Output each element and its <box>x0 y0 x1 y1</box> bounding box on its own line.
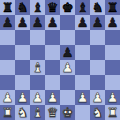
black-queen-piece: ♛ <box>47 0 59 15</box>
square-g7[interactable]: ♟ <box>90 15 105 30</box>
square-d1[interactable]: ♛ <box>45 105 60 120</box>
square-g3[interactable] <box>90 75 105 90</box>
square-b4[interactable] <box>15 60 30 75</box>
square-e2[interactable] <box>60 90 75 105</box>
black-knight-piece: ♞ <box>17 0 29 15</box>
white-pawn-piece: ♟ <box>32 90 44 105</box>
black-pawn-piece: ♟ <box>17 15 29 30</box>
square-a1[interactable]: ♜ <box>0 105 15 120</box>
square-c6[interactable] <box>30 30 45 45</box>
square-f6[interactable] <box>75 30 90 45</box>
square-f8[interactable]: ♝ <box>75 0 90 15</box>
white-rook-piece: ♜ <box>107 105 119 120</box>
square-b7[interactable]: ♟ <box>15 15 30 30</box>
black-pawn-piece: ♟ <box>92 15 104 30</box>
black-rook-piece: ♜ <box>107 0 119 15</box>
white-pawn-piece: ♟ <box>107 90 119 105</box>
white-pawn-piece: ♟ <box>77 90 89 105</box>
square-a8[interactable]: ♜ <box>0 0 15 15</box>
square-g2[interactable]: ♟ <box>90 90 105 105</box>
black-pawn-piece: ♟ <box>62 45 74 60</box>
white-knight-piece: ♞ <box>17 105 29 120</box>
white-bishop-piece: ♝ <box>32 60 44 75</box>
square-f1[interactable] <box>75 105 90 120</box>
square-g4[interactable] <box>90 60 105 75</box>
square-h6[interactable] <box>105 30 120 45</box>
black-pawn-piece: ♟ <box>47 15 59 30</box>
white-knight-piece: ♞ <box>92 105 104 120</box>
square-h1[interactable]: ♜ <box>105 105 120 120</box>
square-a7[interactable]: ♟ <box>0 15 15 30</box>
square-b2[interactable]: ♟ <box>15 90 30 105</box>
black-pawn-piece: ♟ <box>32 15 44 30</box>
square-f5[interactable] <box>75 45 90 60</box>
black-pawn-piece: ♟ <box>77 15 89 30</box>
square-e6[interactable] <box>60 30 75 45</box>
square-g5[interactable] <box>90 45 105 60</box>
black-rook-piece: ♜ <box>2 0 14 15</box>
square-h5[interactable] <box>105 45 120 60</box>
square-b6[interactable] <box>15 30 30 45</box>
square-d3[interactable] <box>45 75 60 90</box>
square-a3[interactable] <box>0 75 15 90</box>
black-pawn-piece: ♟ <box>2 15 14 30</box>
square-c5[interactable] <box>30 45 45 60</box>
square-h2[interactable]: ♟ <box>105 90 120 105</box>
white-pawn-piece: ♟ <box>2 90 14 105</box>
square-b3[interactable] <box>15 75 30 90</box>
white-pawn-piece: ♟ <box>47 90 59 105</box>
square-c4[interactable]: ♝ <box>30 60 45 75</box>
white-bishop-piece: ♝ <box>32 105 44 120</box>
square-h3[interactable] <box>105 75 120 90</box>
square-d4[interactable] <box>45 60 60 75</box>
square-c3[interactable] <box>30 75 45 90</box>
square-f4[interactable] <box>75 60 90 75</box>
square-e3[interactable] <box>60 75 75 90</box>
square-e5[interactable]: ♟ <box>60 45 75 60</box>
square-e4[interactable]: ♟ <box>60 60 75 75</box>
square-c1[interactable]: ♝ <box>30 105 45 120</box>
white-rook-piece: ♜ <box>2 105 14 120</box>
square-g8[interactable]: ♞ <box>90 0 105 15</box>
white-pawn-piece: ♟ <box>62 60 74 75</box>
square-h7[interactable]: ♟ <box>105 15 120 30</box>
square-b1[interactable]: ♞ <box>15 105 30 120</box>
black-bishop-piece: ♝ <box>32 0 44 15</box>
square-h4[interactable] <box>105 60 120 75</box>
square-a5[interactable] <box>0 45 15 60</box>
square-a6[interactable] <box>0 30 15 45</box>
square-e1[interactable]: ♚ <box>60 105 75 120</box>
square-g6[interactable] <box>90 30 105 45</box>
white-pawn-piece: ♟ <box>17 90 29 105</box>
square-a4[interactable] <box>0 60 15 75</box>
square-d5[interactable] <box>45 45 60 60</box>
square-c8[interactable]: ♝ <box>30 0 45 15</box>
chess-board: ♜♞♝♛♚♝♞♜♟♟♟♟♟♟♟♟♝♟♟♟♟♟♟♟♟♜♞♝♛♚♞♜ <box>0 0 120 120</box>
white-queen-piece: ♛ <box>47 105 59 120</box>
white-pawn-piece: ♟ <box>92 90 104 105</box>
square-d2[interactable]: ♟ <box>45 90 60 105</box>
square-a2[interactable]: ♟ <box>0 90 15 105</box>
black-knight-piece: ♞ <box>92 0 104 15</box>
square-d7[interactable]: ♟ <box>45 15 60 30</box>
square-h8[interactable]: ♜ <box>105 0 120 15</box>
black-bishop-piece: ♝ <box>77 0 89 15</box>
square-f3[interactable] <box>75 75 90 90</box>
square-f2[interactable]: ♟ <box>75 90 90 105</box>
square-b5[interactable] <box>15 45 30 60</box>
white-king-piece: ♚ <box>62 105 74 120</box>
square-c2[interactable]: ♟ <box>30 90 45 105</box>
square-b8[interactable]: ♞ <box>15 0 30 15</box>
black-king-piece: ♚ <box>62 0 74 15</box>
square-e8[interactable]: ♚ <box>60 0 75 15</box>
square-f7[interactable]: ♟ <box>75 15 90 30</box>
square-d8[interactable]: ♛ <box>45 0 60 15</box>
square-e7[interactable] <box>60 15 75 30</box>
square-d6[interactable] <box>45 30 60 45</box>
square-g1[interactable]: ♞ <box>90 105 105 120</box>
black-pawn-piece: ♟ <box>107 15 119 30</box>
square-c7[interactable]: ♟ <box>30 15 45 30</box>
